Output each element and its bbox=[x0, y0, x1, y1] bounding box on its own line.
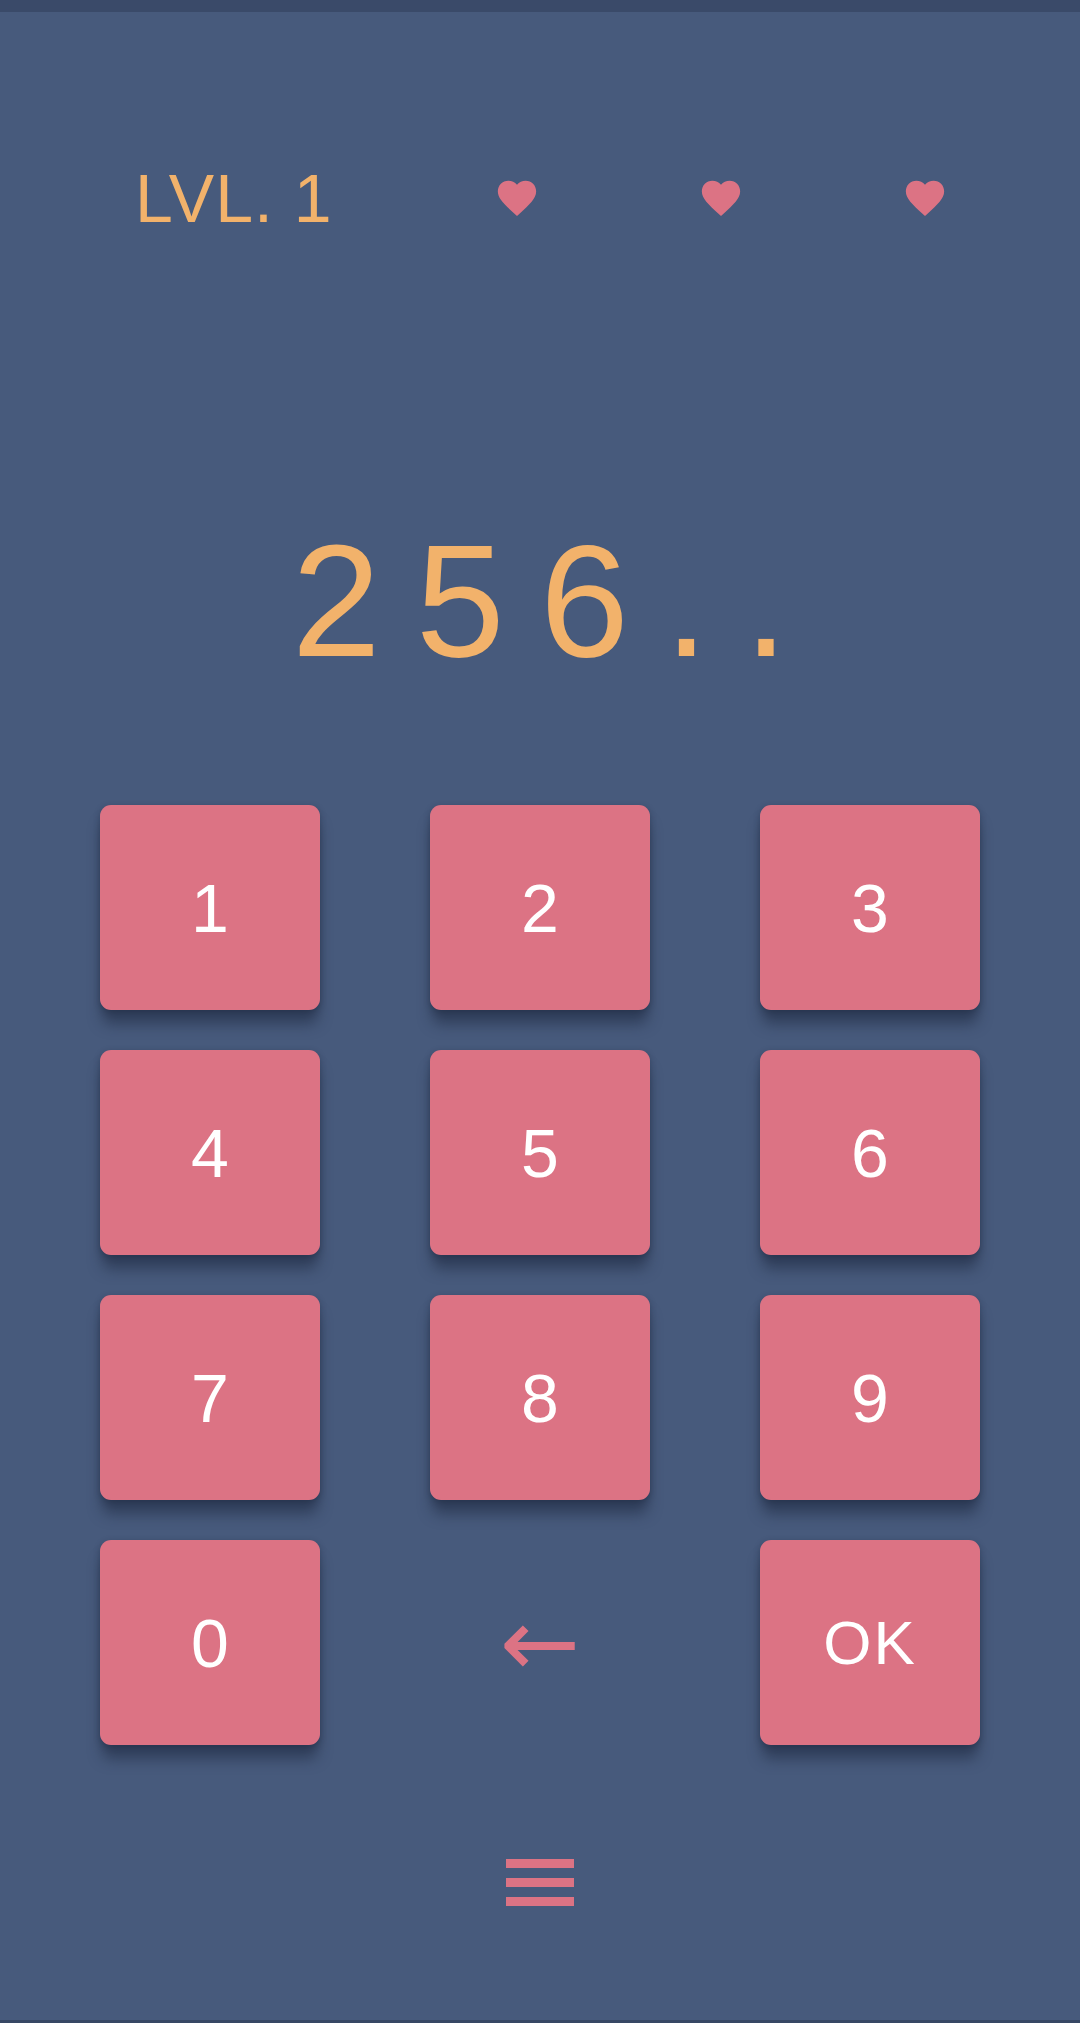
key-3[interactable]: 3 bbox=[760, 805, 980, 1010]
keypad: 1 2 3 4 5 6 7 8 9 0 ← OK bbox=[100, 805, 980, 1745]
life-heart-icon bbox=[902, 175, 948, 221]
app-screen: LVL. 1 256.. 1 2 3 4 5 6 7 8 9 0 ← OK bbox=[0, 0, 1080, 2023]
menu-button[interactable] bbox=[492, 1847, 588, 1918]
key-4[interactable]: 4 bbox=[100, 1050, 320, 1255]
hamburger-bar bbox=[506, 1878, 574, 1887]
key-6[interactable]: 6 bbox=[760, 1050, 980, 1255]
ok-button[interactable]: OK bbox=[760, 1540, 980, 1745]
key-8[interactable]: 8 bbox=[430, 1295, 650, 1500]
backspace-arrow-icon: ← bbox=[500, 1595, 580, 1691]
key-0[interactable]: 0 bbox=[100, 1540, 320, 1745]
number-display: 256.. bbox=[0, 516, 1080, 686]
life-heart-icon bbox=[494, 175, 540, 221]
key-1[interactable]: 1 bbox=[100, 805, 320, 1010]
key-2[interactable]: 2 bbox=[430, 805, 650, 1010]
backspace-button[interactable]: ← bbox=[430, 1540, 650, 1745]
hamburger-bar bbox=[506, 1897, 574, 1906]
key-5[interactable]: 5 bbox=[430, 1050, 650, 1255]
level-label: LVL. 1 bbox=[135, 159, 333, 237]
status-bar-scrim bbox=[0, 0, 1080, 12]
key-9[interactable]: 9 bbox=[760, 1295, 980, 1500]
life-heart-icon bbox=[698, 175, 744, 221]
lives-row bbox=[494, 175, 948, 221]
number-display-value: 256.. bbox=[256, 509, 823, 693]
hamburger-icon bbox=[506, 1859, 574, 1906]
key-7[interactable]: 7 bbox=[100, 1295, 320, 1500]
hamburger-bar bbox=[506, 1859, 574, 1868]
header-bar: LVL. 1 bbox=[0, 158, 1080, 238]
